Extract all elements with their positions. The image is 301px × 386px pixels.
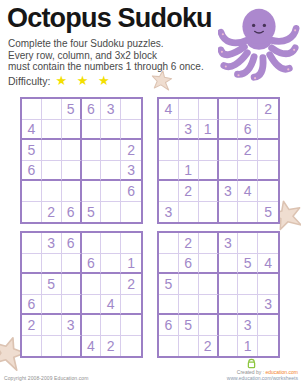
sudoku-cell-empty[interactable]: [238, 233, 258, 254]
instructions: Complete the four Sudoku puzzles. Every …: [8, 38, 204, 73]
sudoku-grid-bottom-left: 366152642342: [20, 231, 143, 358]
sudoku-cell-empty[interactable]: [258, 336, 278, 357]
sudoku-cell-empty[interactable]: [121, 233, 141, 254]
sudoku-cell-empty[interactable]: [179, 295, 199, 316]
sudoku-cell-empty[interactable]: [42, 161, 62, 182]
sudoku-cell-empty[interactable]: [238, 295, 258, 316]
sudoku-cell-empty[interactable]: [82, 140, 102, 161]
sudoku-cell-empty[interactable]: [42, 315, 62, 336]
sudoku-cell-given: 5: [159, 274, 179, 295]
sudoku-cell-given: 3: [62, 315, 82, 336]
sudoku-cell-given: 3: [179, 120, 199, 141]
sudoku-cell-empty[interactable]: [219, 120, 239, 141]
sudoku-cell-given: 1: [121, 254, 141, 275]
sudoku-cell-empty[interactable]: [121, 202, 141, 223]
sudoku-cell-empty[interactable]: [121, 99, 141, 120]
sudoku-cell-given: 2: [238, 140, 258, 161]
copyright-text: Copyright 2008-2009 Education.com: [4, 375, 88, 381]
sudoku-cell-empty[interactable]: [258, 274, 278, 295]
sudoku-cell-empty[interactable]: [199, 99, 219, 120]
sudoku-cell-given: 2: [42, 202, 62, 223]
sudoku-cell-empty[interactable]: [199, 140, 219, 161]
sudoku-cell-empty[interactable]: [121, 295, 141, 316]
sudoku-cell-empty[interactable]: [101, 161, 121, 182]
sudoku-cell-empty[interactable]: [42, 336, 62, 357]
instruction-line: Every row, column, and 3x2 block: [8, 50, 204, 62]
sudoku-cell-empty[interactable]: [62, 181, 82, 202]
sudoku-cell-empty[interactable]: [62, 161, 82, 182]
sudoku-cell-empty[interactable]: [179, 274, 199, 295]
sudoku-cell-empty[interactable]: [62, 120, 82, 141]
sudoku-cell-empty[interactable]: [179, 99, 199, 120]
sudoku-cell-empty[interactable]: [219, 99, 239, 120]
sudoku-cell-empty[interactable]: [101, 140, 121, 161]
sudoku-cell-empty[interactable]: [101, 315, 121, 336]
education-logo-icon: [246, 358, 257, 369]
sudoku-cell-empty[interactable]: [62, 295, 82, 316]
sudoku-cell-given: 4: [22, 120, 42, 141]
octopus-icon: [218, 6, 300, 82]
sudoku-cell-empty[interactable]: [82, 274, 102, 295]
sudoku-cell-given: 2: [121, 274, 141, 295]
sudoku-cell-empty[interactable]: [82, 120, 102, 141]
sudoku-cell-empty[interactable]: [199, 181, 219, 202]
sudoku-cell-empty[interactable]: [82, 233, 102, 254]
worksheet-url: www.education.com/worksheets: [227, 375, 298, 381]
sudoku-cell-empty[interactable]: [101, 274, 121, 295]
sudoku-cell-given: 4: [258, 254, 278, 275]
sudoku-cell-given: 2: [121, 140, 141, 161]
sudoku-cell-given: 6: [62, 202, 82, 223]
sudoku-cell-empty[interactable]: [179, 336, 199, 357]
sudoku-cell-empty[interactable]: [159, 120, 179, 141]
sudoku-cell-empty[interactable]: [219, 254, 239, 275]
sudoku-cell-empty[interactable]: [101, 254, 121, 275]
sudoku-cell-empty[interactable]: [219, 295, 239, 316]
sudoku-cell-given: 6: [159, 315, 179, 336]
sudoku-cell-empty[interactable]: [62, 274, 82, 295]
instruction-line: must contain the numbers 1 through 6 onc…: [8, 61, 204, 73]
sudoku-cell-empty[interactable]: [22, 181, 42, 202]
sudoku-cell-empty[interactable]: [199, 315, 219, 336]
sudoku-cell-given: 3: [219, 181, 239, 202]
difficulty-label: Difficulty:: [8, 75, 50, 87]
sudoku-cell-empty[interactable]: [199, 254, 219, 275]
sudoku-cell-empty[interactable]: [199, 274, 219, 295]
sudoku-grid-top-right: 423162123435: [157, 97, 280, 224]
sudoku-cell-empty[interactable]: [22, 233, 42, 254]
sudoku-cell-given: 6: [121, 181, 141, 202]
sudoku-cell-given: 2: [101, 336, 121, 357]
sudoku-cell-given: 3: [101, 99, 121, 120]
sudoku-grid-top-left: 563452636265: [20, 97, 143, 224]
sudoku-cell-empty[interactable]: [199, 233, 219, 254]
sudoku-cell-empty[interactable]: [121, 315, 141, 336]
sudoku-cell-empty[interactable]: [62, 254, 82, 275]
sudoku-cell-given: 2: [22, 315, 42, 336]
sudoku-cell-given: 3: [258, 295, 278, 316]
sudoku-cell-empty[interactable]: [22, 99, 42, 120]
sudoku-cell-given: 2: [179, 181, 199, 202]
sudoku-cell-empty[interactable]: [82, 181, 102, 202]
difficulty-stars-icon: ★ ★ ★: [55, 74, 112, 87]
sudoku-cell-empty[interactable]: [179, 202, 199, 223]
sudoku-cell-empty[interactable]: [258, 161, 278, 182]
sudoku-cell-empty[interactable]: [258, 120, 278, 141]
sudoku-cell-given: 4: [159, 99, 179, 120]
sudoku-cell-empty[interactable]: [101, 120, 121, 141]
sudoku-cell-given: 4: [238, 181, 258, 202]
sudoku-cell-empty[interactable]: [42, 181, 62, 202]
sudoku-cell-empty[interactable]: [238, 161, 258, 182]
sudoku-cell-given: 6: [22, 161, 42, 182]
sudoku-cell-empty[interactable]: [42, 140, 62, 161]
instruction-line: Complete the four Sudoku puzzles.: [8, 38, 204, 50]
sudoku-cell-empty[interactable]: [199, 161, 219, 182]
sudoku-cell-given: 6: [179, 254, 199, 275]
sudoku-cell-empty[interactable]: [22, 336, 42, 357]
sudoku-cell-empty[interactable]: [22, 202, 42, 223]
sudoku-cell-empty[interactable]: [238, 99, 258, 120]
sudoku-cell-empty[interactable]: [258, 181, 278, 202]
sudoku-cell-empty[interactable]: [42, 295, 62, 316]
sudoku-cell-given: 2: [199, 336, 219, 357]
sudoku-cell-empty[interactable]: [258, 233, 278, 254]
sudoku-cell-given: 3: [121, 161, 141, 182]
sudoku-cell-empty[interactable]: [22, 254, 42, 275]
sudoku-cell-empty[interactable]: [159, 161, 179, 182]
sudoku-cell-empty[interactable]: [101, 233, 121, 254]
sudoku-cell-empty[interactable]: [101, 181, 121, 202]
sudoku-cell-empty[interactable]: [238, 274, 258, 295]
sudoku-grid-bottom-right: 236545365321: [157, 231, 280, 358]
sudoku-cell-empty[interactable]: [199, 295, 219, 316]
sudoku-cell-empty[interactable]: [42, 99, 62, 120]
sudoku-cell-given: 3: [159, 202, 179, 223]
sudoku-cell-empty[interactable]: [159, 295, 179, 316]
sudoku-cell-empty[interactable]: [179, 140, 199, 161]
sudoku-cell-given: 6: [62, 233, 82, 254]
sudoku-cell-empty[interactable]: [219, 336, 239, 357]
sudoku-cell-given: 1: [199, 120, 219, 141]
sudoku-cell-given: 3: [238, 315, 258, 336]
sudoku-cell-empty[interactable]: [219, 161, 239, 182]
difficulty-row: Difficulty: ★ ★ ★: [8, 74, 113, 87]
sudoku-cell-given: 1: [179, 161, 199, 182]
sudoku-cell-given: 6: [238, 120, 258, 141]
sudoku-cell-given: 5: [82, 202, 102, 223]
sudoku-cell-empty[interactable]: [82, 295, 102, 316]
sudoku-cell-empty[interactable]: [82, 161, 102, 182]
sudoku-cell-empty[interactable]: [101, 202, 121, 223]
sudoku-cell-empty[interactable]: [258, 140, 278, 161]
sudoku-cell-given: 4: [82, 336, 102, 357]
sudoku-cell-empty[interactable]: [159, 254, 179, 275]
sudoku-cell-empty[interactable]: [159, 336, 179, 357]
sudoku-cell-empty[interactable]: [219, 202, 239, 223]
sudoku-cell-given: 6: [82, 99, 102, 120]
sudoku-cell-empty[interactable]: [159, 140, 179, 161]
sudoku-cell-given: 1: [238, 336, 258, 357]
sudoku-cell-given: 4: [101, 295, 121, 316]
sudoku-cell-given: 6: [22, 295, 42, 316]
sudoku-cell-empty[interactable]: [62, 336, 82, 357]
page-title: Octopus Sudoku: [7, 3, 212, 34]
sudoku-cell-empty[interactable]: [121, 336, 141, 357]
sudoku-cell-empty[interactable]: [82, 315, 102, 336]
sudoku-cell-given: 5: [238, 254, 258, 275]
sudoku-cell-given: 2: [179, 233, 199, 254]
worksheet-page: Octopus Sudoku Complete the four Sudoku …: [0, 0, 301, 386]
sudoku-cell-empty[interactable]: [159, 181, 179, 202]
sudoku-cell-empty[interactable]: [42, 254, 62, 275]
credits-block: Created by : education.com www.education…: [227, 358, 298, 381]
sudoku-cell-empty[interactable]: [42, 120, 62, 141]
sudoku-cell-empty[interactable]: [199, 202, 219, 223]
sudoku-cell-empty[interactable]: [219, 274, 239, 295]
sudoku-cell-given: 3: [42, 233, 62, 254]
sudoku-cell-empty[interactable]: [159, 233, 179, 254]
sudoku-cell-empty[interactable]: [238, 202, 258, 223]
sudoku-cell-given: 2: [258, 99, 278, 120]
sudoku-cell-given: 6: [82, 254, 102, 275]
sudoku-cell-given: 5: [42, 274, 62, 295]
sudoku-cell-empty[interactable]: [121, 120, 141, 141]
sudoku-cell-empty[interactable]: [258, 315, 278, 336]
sudoku-cell-empty[interactable]: [22, 274, 42, 295]
sudoku-cell-empty[interactable]: [219, 140, 239, 161]
sudoku-cell-given: 3: [219, 233, 239, 254]
sudoku-cell-given: 5: [258, 202, 278, 223]
sudoku-cell-given: 5: [179, 315, 199, 336]
starfish-icon: [150, 69, 174, 93]
sudoku-cell-given: 5: [22, 140, 42, 161]
sudoku-cell-given: 5: [62, 99, 82, 120]
sudoku-cell-empty[interactable]: [62, 140, 82, 161]
sudoku-cell-empty[interactable]: [219, 315, 239, 336]
